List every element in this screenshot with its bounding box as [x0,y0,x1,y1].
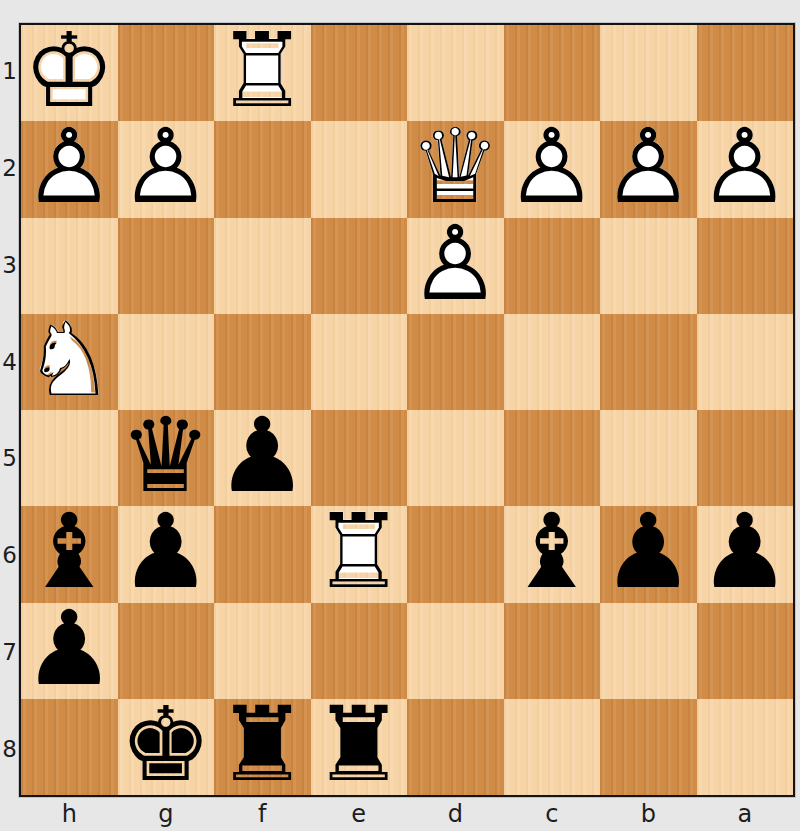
square-e6[interactable]: ♜♖ [311,506,408,602]
square-f8[interactable]: ♜ [214,699,311,795]
square-a2[interactable]: ♟♙ [697,121,794,217]
white-pawn-icon: ♙ [506,116,598,219]
square-a8[interactable] [697,699,794,795]
square-g2[interactable]: ♟♙ [118,121,215,217]
piece-white-pawn-c2: ♟♙ [504,121,601,217]
white-rook-icon: ♖ [313,501,405,604]
piece-white-pawn-a2: ♟♙ [697,121,794,217]
square-f5[interactable]: ♟ [214,410,311,506]
square-a1[interactable] [697,25,794,121]
square-d3[interactable]: ♟♙ [407,218,504,314]
white-queen-icon: ♕ [409,116,501,219]
square-h6[interactable]: ♝ [21,506,118,602]
square-h1[interactable]: ♚♔ [21,25,118,121]
square-d2[interactable]: ♛♕ [407,121,504,217]
rank-labels: 12345678 [0,23,19,797]
square-e3[interactable] [311,218,408,314]
square-c2[interactable]: ♟♙ [504,121,601,217]
square-e5[interactable] [311,410,408,506]
white-rook-icon: ♖ [216,20,308,123]
square-d1[interactable] [407,25,504,121]
black-pawn-icon: ♟ [120,501,212,604]
piece-black-rook-e8: ♜ [311,699,408,795]
square-h2[interactable]: ♟♙ [21,121,118,217]
rank-label-3: 3 [0,217,19,314]
square-f7[interactable] [214,603,311,699]
piece-black-pawn-f5: ♟ [214,410,311,506]
white-rook-fill-glyph: ♜ [216,20,308,123]
white-pawn-icon: ♙ [602,116,694,219]
square-e2[interactable] [311,121,408,217]
square-e7[interactable] [311,603,408,699]
square-g7[interactable] [118,603,215,699]
file-label-g: g [118,797,215,828]
rank-label-1: 1 [0,23,19,120]
file-label-a: a [697,797,794,828]
square-f1[interactable]: ♜♖ [214,25,311,121]
square-a6[interactable]: ♟ [697,506,794,602]
square-c6[interactable]: ♝ [504,506,601,602]
square-c4[interactable] [504,314,601,410]
rank-label-2: 2 [0,120,19,217]
square-b2[interactable]: ♟♙ [600,121,697,217]
white-pawn-icon: ♙ [23,116,115,219]
rank-label-7: 7 [0,604,19,701]
square-f3[interactable] [214,218,311,314]
white-knight-fill-glyph: ♞ [23,308,115,411]
piece-white-rook-e6: ♜♖ [311,506,408,602]
chess-board: ♚♔♜♖♟♙♟♙♛♕♟♙♟♙♟♙♟♙♞♘♛♟♝♟♜♖♝♟♟♟♚♜♜ [19,23,795,797]
piece-black-king-g8: ♚ [118,699,215,795]
file-label-c: c [504,797,601,828]
file-label-h: h [21,797,118,828]
piece-black-pawn-a6: ♟ [697,506,794,602]
black-rook-icon: ♜ [313,693,405,796]
square-b7[interactable] [600,603,697,699]
square-c8[interactable] [504,699,601,795]
file-label-e: e [311,797,408,828]
white-pawn-fill-glyph: ♟ [409,212,501,315]
square-b8[interactable] [600,699,697,795]
square-g8[interactable]: ♚ [118,699,215,795]
square-c5[interactable] [504,410,601,506]
square-e1[interactable] [311,25,408,121]
rank-label-6: 6 [0,507,19,604]
square-h5[interactable] [21,410,118,506]
black-pawn-icon: ♟ [23,597,115,700]
square-f2[interactable] [214,121,311,217]
file-label-b: b [600,797,697,828]
square-c1[interactable] [504,25,601,121]
square-f4[interactable] [214,314,311,410]
white-pawn-fill-glyph: ♟ [602,116,694,219]
piece-white-pawn-g2: ♟♙ [118,121,215,217]
square-c3[interactable] [504,218,601,314]
white-queen-fill-glyph: ♛ [409,116,501,219]
square-e4[interactable] [311,314,408,410]
white-king-fill-glyph: ♚ [23,20,115,123]
white-pawn-fill-glyph: ♟ [699,116,791,219]
square-d6[interactable] [407,506,504,602]
black-bishop-icon: ♝ [506,501,598,604]
piece-black-pawn-g6: ♟ [118,506,215,602]
square-g3[interactable] [118,218,215,314]
square-d4[interactable] [407,314,504,410]
file-labels: hgfedcba [21,797,793,827]
square-g5[interactable]: ♛ [118,410,215,506]
piece-white-king-h1: ♚♔ [21,25,118,121]
square-g4[interactable] [118,314,215,410]
white-knight-icon: ♘ [23,308,115,411]
square-a4[interactable] [697,314,794,410]
piece-black-pawn-b6: ♟ [600,506,697,602]
piece-black-bishop-c6: ♝ [504,506,601,602]
white-rook-fill-glyph: ♜ [313,501,405,604]
black-bishop-icon: ♝ [23,501,115,604]
square-b6[interactable]: ♟ [600,506,697,602]
square-b5[interactable] [600,410,697,506]
white-pawn-fill-glyph: ♟ [506,116,598,219]
piece-black-bishop-h6: ♝ [21,506,118,602]
square-e8[interactable]: ♜ [311,699,408,795]
white-king-icon: ♔ [23,20,115,123]
black-rook-icon: ♜ [216,693,308,796]
black-king-icon: ♚ [120,693,212,796]
white-pawn-fill-glyph: ♟ [120,116,212,219]
piece-white-pawn-d3: ♟♙ [407,218,504,314]
piece-white-knight-h4: ♞♘ [21,314,118,410]
file-label-d: d [407,797,504,828]
piece-black-pawn-h7: ♟ [21,603,118,699]
file-label-f: f [214,797,311,828]
white-pawn-icon: ♙ [120,116,212,219]
square-a3[interactable] [697,218,794,314]
square-b4[interactable] [600,314,697,410]
white-pawn-icon: ♙ [409,212,501,315]
piece-white-queen-d2: ♛♕ [407,121,504,217]
piece-black-rook-f8: ♜ [214,699,311,795]
square-a7[interactable] [697,603,794,699]
square-h4[interactable]: ♞♘ [21,314,118,410]
piece-black-queen-g5: ♛ [118,410,215,506]
rank-label-4: 4 [0,313,19,410]
square-g6[interactable]: ♟ [118,506,215,602]
piece-white-rook-f1: ♜♖ [214,25,311,121]
square-h7[interactable]: ♟ [21,603,118,699]
piece-white-pawn-b2: ♟♙ [600,121,697,217]
square-b1[interactable] [600,25,697,121]
square-b3[interactable] [600,218,697,314]
rank-label-8: 8 [0,700,19,797]
black-pawn-icon: ♟ [699,501,791,604]
black-queen-icon: ♛ [120,405,212,508]
square-a5[interactable] [697,410,794,506]
square-g1[interactable] [118,25,215,121]
square-c7[interactable] [504,603,601,699]
white-pawn-fill-glyph: ♟ [23,116,115,219]
black-pawn-icon: ♟ [602,501,694,604]
rank-label-5: 5 [0,410,19,507]
chess-diagram: 12345678 ♚♔♜♖♟♙♟♙♛♕♟♙♟♙♟♙♟♙♞♘♛♟♝♟♜♖♝♟♟♟♚… [0,0,800,831]
white-pawn-icon: ♙ [699,116,791,219]
black-pawn-icon: ♟ [216,405,308,508]
square-d7[interactable] [407,603,504,699]
square-f6[interactable] [214,506,311,602]
piece-white-pawn-h2: ♟♙ [21,121,118,217]
square-d5[interactable] [407,410,504,506]
square-h3[interactable] [21,218,118,314]
square-h8[interactable] [21,699,118,795]
square-d8[interactable] [407,699,504,795]
